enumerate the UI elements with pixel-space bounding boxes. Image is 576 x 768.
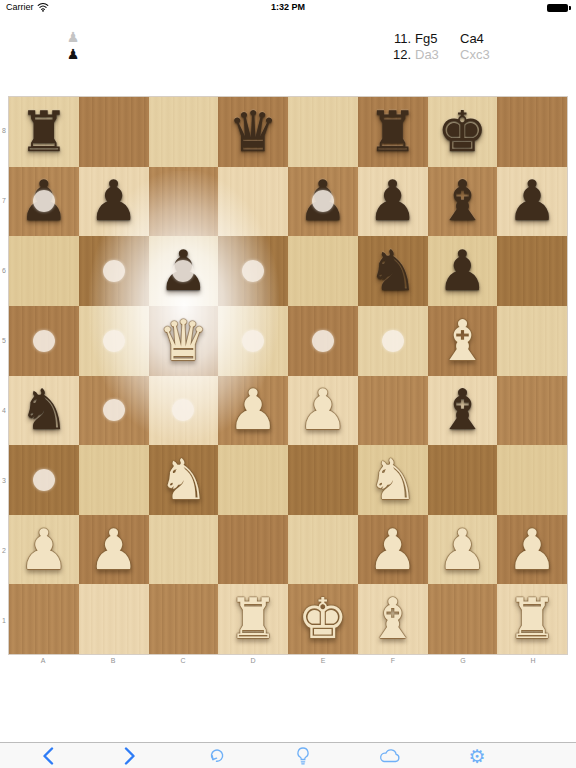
square-a6[interactable] (9, 236, 79, 306)
app-screen: Carrier 1:32 PM ♟ ♟ 11. Fg5 Ca4 12. Da3 … (0, 0, 576, 768)
piece-black-knight: ♞ (368, 237, 418, 305)
square-d7[interactable] (218, 167, 288, 237)
file-label-g: G (428, 657, 498, 664)
move-list: ♟ ♟ 11. Fg5 Ca4 12. Da3 Cxc3 (0, 15, 576, 60)
square-a1[interactable] (9, 584, 79, 654)
piece-white-rook: ♜ (507, 585, 557, 653)
square-g8[interactable]: ♚ (428, 97, 498, 167)
square-a4[interactable]: ♞ (9, 376, 79, 446)
piece-white-pawn: ♟ (507, 516, 557, 584)
square-a8[interactable]: ♜ (9, 97, 79, 167)
square-f7[interactable]: ♟ (358, 167, 428, 237)
rank-label-4: 4 (0, 376, 8, 446)
rank-label-3: 3 (0, 445, 8, 515)
square-e4[interactable]: ♟ (288, 376, 358, 446)
legal-move-dot[interactable] (103, 330, 125, 352)
square-d4[interactable]: ♟ (218, 376, 288, 446)
file-label-f: F (358, 657, 428, 664)
square-d8[interactable]: ♛ (218, 97, 288, 167)
square-h8[interactable] (497, 97, 567, 167)
square-f3[interactable]: ♞ (358, 445, 428, 515)
square-e7[interactable]: ♟ (288, 167, 358, 237)
square-h6[interactable] (497, 236, 567, 306)
bottom-toolbar: ⚙ (0, 742, 576, 768)
square-a3[interactable] (9, 445, 79, 515)
file-label-d: D (218, 657, 288, 664)
file-label-b: B (78, 657, 148, 664)
square-e6[interactable] (288, 236, 358, 306)
square-d3[interactable] (218, 445, 288, 515)
square-b4[interactable] (79, 376, 149, 446)
battery-icon (547, 4, 568, 12)
square-g2[interactable]: ♟ (428, 515, 498, 585)
legal-move-dot[interactable] (312, 330, 334, 352)
rank-label-8: 8 (0, 96, 8, 166)
piece-black-king: ♚ (437, 98, 487, 166)
file-label-c: C (148, 657, 218, 664)
square-b1[interactable] (79, 584, 149, 654)
piece-white-pawn: ♟ (437, 516, 487, 584)
square-g5[interactable]: ♝ (428, 306, 498, 376)
cloud-icon (378, 748, 402, 764)
piece-white-queen: ♛ (158, 307, 208, 375)
square-f2[interactable]: ♟ (358, 515, 428, 585)
gear-icon: ⚙ (468, 747, 485, 766)
piece-white-bishop: ♝ (368, 585, 418, 653)
rank-label-6: 6 (0, 236, 8, 306)
square-h1[interactable]: ♜ (497, 584, 567, 654)
legal-move-dot[interactable] (382, 330, 404, 352)
move-black[interactable]: Ca4 (460, 31, 484, 46)
piece-black-knight: ♞ (19, 376, 69, 444)
rank-label-5: 5 (0, 306, 8, 376)
chevron-left-icon (41, 746, 55, 766)
piece-black-pawn: ♟ (89, 167, 139, 235)
piece-white-rook: ♜ (228, 585, 278, 653)
move-white[interactable]: Fg5 (415, 31, 437, 46)
square-a2[interactable]: ♟ (9, 515, 79, 585)
square-g1[interactable] (428, 584, 498, 654)
square-d6[interactable] (218, 236, 288, 306)
square-d1[interactable]: ♜ (218, 584, 288, 654)
piece-white-pawn: ♟ (368, 516, 418, 584)
move-number: 11. (373, 31, 411, 46)
square-b8[interactable] (79, 97, 149, 167)
legal-move-dot[interactable] (33, 330, 55, 352)
legal-move-dot[interactable] (103, 260, 125, 282)
legal-move-dot[interactable] (242, 330, 264, 352)
square-c7[interactable] (149, 167, 219, 237)
rank-label-2: 2 (0, 515, 8, 585)
light-bulb-icon (295, 746, 311, 766)
back-button[interactable] (30, 743, 66, 768)
square-b7[interactable]: ♟ (79, 167, 149, 237)
file-labels: ABCDEFGH (8, 657, 568, 664)
file-label-h: H (498, 657, 568, 664)
square-c8[interactable] (149, 97, 219, 167)
square-c6[interactable]: ♟ (149, 236, 219, 306)
file-label-e: E (288, 657, 358, 664)
square-a7[interactable]: ♟ (9, 167, 79, 237)
square-f8[interactable]: ♜ (358, 97, 428, 167)
piece-white-knight: ♞ (158, 446, 208, 514)
square-d5[interactable] (218, 306, 288, 376)
piece-white-king: ♚ (298, 585, 348, 653)
move-black-upcoming[interactable]: Cxc3 (460, 47, 490, 62)
square-b3[interactable] (79, 445, 149, 515)
square-f6[interactable]: ♞ (358, 236, 428, 306)
piece-white-pawn: ♟ (298, 376, 348, 444)
chess-board: ♜♛♜♚♟♟♟♟♝♟♟♞♟♛♝♞♟♟♝♞♞♟♟♟♟♟♜♚♝♜ (8, 96, 568, 655)
black-pawn-icon: ♟ (66, 47, 80, 61)
square-e1[interactable]: ♚ (288, 584, 358, 654)
square-g3[interactable] (428, 445, 498, 515)
square-c1[interactable] (149, 584, 219, 654)
square-f5[interactable] (358, 306, 428, 376)
legal-move-dot[interactable] (33, 469, 55, 491)
square-e3[interactable] (288, 445, 358, 515)
rank-label-1: 1 (0, 585, 8, 655)
chevron-right-icon (123, 746, 137, 766)
legal-move-dot[interactable] (242, 260, 264, 282)
square-h5[interactable] (497, 306, 567, 376)
move-white-upcoming[interactable]: Da3 (415, 47, 439, 62)
undo-arrow-icon (208, 747, 226, 765)
hint-button[interactable] (285, 743, 321, 768)
square-c4[interactable] (149, 376, 219, 446)
piece-black-pawn: ♟ (507, 167, 557, 235)
square-h3[interactable] (497, 445, 567, 515)
square-g6[interactable]: ♟ (428, 236, 498, 306)
rank-labels: 87654321 (0, 96, 8, 655)
piece-black-rook: ♜ (19, 98, 69, 166)
square-f1[interactable]: ♝ (358, 584, 428, 654)
square-d2[interactable] (218, 515, 288, 585)
square-e5[interactable] (288, 306, 358, 376)
square-c2[interactable] (149, 515, 219, 585)
square-g7[interactable]: ♝ (428, 167, 498, 237)
white-pawn-icon: ♟ (66, 30, 80, 44)
square-f4[interactable] (358, 376, 428, 446)
piece-black-pawn: ♟ (437, 237, 487, 305)
square-c5[interactable]: ♛ (149, 306, 219, 376)
move-number: 12. (373, 47, 411, 62)
file-label-a: A (8, 657, 78, 664)
piece-white-pawn: ♟ (89, 516, 139, 584)
piece-white-bishop: ♝ (437, 307, 487, 375)
settings-button[interactable]: ⚙ (459, 743, 495, 768)
legal-move-dot[interactable] (172, 399, 194, 421)
square-b6[interactable] (79, 236, 149, 306)
clock-time: 1:32 PM (0, 2, 576, 12)
square-b5[interactable] (79, 306, 149, 376)
square-c3[interactable]: ♞ (149, 445, 219, 515)
square-a5[interactable] (9, 306, 79, 376)
square-h4[interactable] (497, 376, 567, 446)
square-g4[interactable]: ♝ (428, 376, 498, 446)
piece-black-pawn: ♟ (368, 167, 418, 235)
square-b2[interactable]: ♟ (79, 515, 149, 585)
square-h7[interactable]: ♟ (497, 167, 567, 237)
piece-white-pawn: ♟ (228, 376, 278, 444)
square-e2[interactable] (288, 515, 358, 585)
piece-white-knight: ♞ (368, 446, 418, 514)
piece-black-queen: ♛ (228, 98, 278, 166)
status-bar: Carrier 1:32 PM (0, 0, 576, 16)
rank-label-7: 7 (0, 166, 8, 236)
undo-button[interactable] (199, 743, 235, 768)
piece-white-pawn: ♟ (19, 516, 69, 584)
square-h2[interactable]: ♟ (497, 515, 567, 585)
forward-button[interactable] (112, 743, 148, 768)
piece-black-bishop: ♝ (437, 376, 487, 444)
legal-move-dot[interactable] (103, 399, 125, 421)
square-e8[interactable] (288, 97, 358, 167)
piece-black-rook: ♜ (368, 98, 418, 166)
piece-black-bishop: ♝ (437, 167, 487, 235)
cloud-button[interactable] (372, 743, 408, 768)
